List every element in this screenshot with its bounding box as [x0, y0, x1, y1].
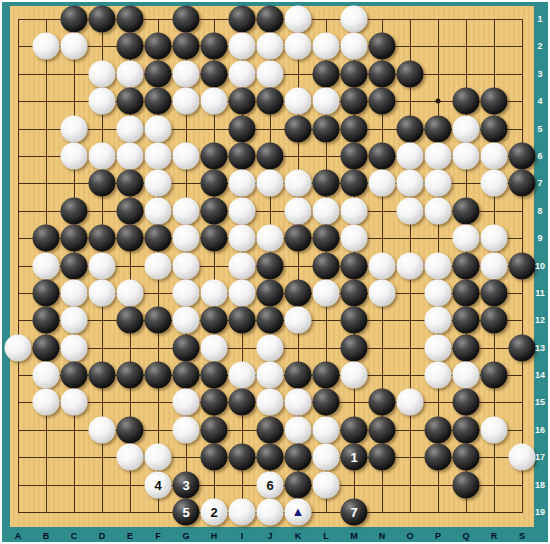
row-label-8: 8 — [537, 206, 542, 216]
go-stone-white-E5 — [117, 115, 144, 142]
go-stone-white-P11 — [425, 279, 452, 306]
column-label-D: D — [99, 531, 106, 541]
go-stone-black-B13 — [33, 334, 60, 361]
go-stone-white-D4 — [89, 88, 116, 115]
go-stone-black-M10 — [341, 252, 368, 279]
go-stone-white-L4 — [313, 88, 340, 115]
go-stone-white-P7 — [425, 170, 452, 197]
go-stone-black-F12 — [145, 307, 172, 334]
go-stone-black-C1 — [61, 6, 88, 33]
go-stone-white-R6 — [481, 142, 508, 169]
go-stone-black-Q11 — [453, 279, 480, 306]
go-stone-black-H8 — [201, 197, 228, 224]
go-stone-white-K8 — [285, 197, 312, 224]
go-stone-black-D1 — [89, 6, 116, 33]
move-number-label: 1 — [350, 451, 357, 464]
go-stone-white-C2 — [61, 33, 88, 60]
go-stone-black-M17: 1 — [341, 444, 368, 471]
go-stone-black-R14 — [481, 362, 508, 389]
go-stone-white-P14 — [425, 362, 452, 389]
go-stone-white-O7 — [397, 170, 424, 197]
go-stone-white-C13 — [61, 334, 88, 361]
row-label-5: 5 — [537, 124, 542, 134]
go-stone-black-C8 — [61, 197, 88, 224]
move-number-label: 3 — [182, 478, 189, 491]
go-stone-black-K18 — [285, 471, 312, 498]
go-stone-black-J12 — [257, 307, 284, 334]
go-stone-black-E7 — [117, 170, 144, 197]
go-stone-white-D16 — [89, 416, 116, 443]
go-stone-white-G11 — [173, 279, 200, 306]
go-stone-white-P6 — [425, 142, 452, 169]
triangle-marker-icon: ▲ — [292, 505, 305, 518]
go-stone-white-J19 — [257, 499, 284, 526]
move-number-label: 2 — [210, 506, 217, 519]
go-stone-black-Q12 — [453, 307, 480, 334]
go-stone-black-K9 — [285, 225, 312, 252]
go-stone-white-C11 — [61, 279, 88, 306]
go-board[interactable]: 143652▲7 — [10, 6, 534, 527]
go-stone-black-Q17 — [453, 444, 480, 471]
column-label-M: M — [350, 531, 358, 541]
go-stone-white-G12 — [173, 307, 200, 334]
go-stone-white-K16 — [285, 416, 312, 443]
go-stone-black-J1 — [257, 6, 284, 33]
go-stone-white-I3 — [229, 60, 256, 87]
go-stone-white-H11 — [201, 279, 228, 306]
go-stone-white-I8 — [229, 197, 256, 224]
go-stone-black-E8 — [117, 197, 144, 224]
go-stone-black-N4 — [369, 88, 396, 115]
go-stone-white-G4 — [173, 88, 200, 115]
go-stone-black-G19: 5 — [173, 499, 200, 526]
go-stone-black-F4 — [145, 88, 172, 115]
go-stone-white-N7 — [369, 170, 396, 197]
go-stone-white-N11 — [369, 279, 396, 306]
go-stone-white-C12 — [61, 307, 88, 334]
go-stone-black-E1 — [117, 6, 144, 33]
go-stone-white-H13 — [201, 334, 228, 361]
go-stone-black-P5 — [425, 115, 452, 142]
row-label-15: 15 — [535, 397, 545, 407]
go-stone-white-P10 — [425, 252, 452, 279]
go-stone-black-M6 — [341, 142, 368, 169]
go-stone-black-M19: 7 — [341, 499, 368, 526]
go-stone-black-M16 — [341, 416, 368, 443]
row-label-4: 4 — [537, 96, 542, 106]
go-stone-white-F5 — [145, 115, 172, 142]
go-stone-white-M2 — [341, 33, 368, 60]
go-stone-black-N15 — [369, 389, 396, 416]
go-stone-black-L5 — [313, 115, 340, 142]
go-stone-white-D6 — [89, 142, 116, 169]
go-stone-white-Q6 — [453, 142, 480, 169]
go-stone-white-M1 — [341, 6, 368, 33]
go-stone-white-R16 — [481, 416, 508, 443]
go-stone-white-P13 — [425, 334, 452, 361]
go-stone-white-O10 — [397, 252, 424, 279]
go-stone-white-G16 — [173, 416, 200, 443]
row-label-10: 10 — [535, 261, 545, 271]
go-stone-white-Q14 — [453, 362, 480, 389]
go-stone-black-N3 — [369, 60, 396, 87]
go-stone-white-H4 — [201, 88, 228, 115]
go-stone-white-K1 — [285, 6, 312, 33]
go-stone-white-M14 — [341, 362, 368, 389]
go-stone-black-F2 — [145, 33, 172, 60]
go-stone-black-Q16 — [453, 416, 480, 443]
go-stone-black-E9 — [117, 225, 144, 252]
go-stone-black-C9 — [61, 225, 88, 252]
go-stone-white-F10 — [145, 252, 172, 279]
go-stone-black-L10 — [313, 252, 340, 279]
go-stone-white-E17 — [117, 444, 144, 471]
column-label-A: A — [15, 531, 22, 541]
go-stone-white-L11 — [313, 279, 340, 306]
go-stone-black-K17 — [285, 444, 312, 471]
go-stone-white-J9 — [257, 225, 284, 252]
go-stone-black-L15 — [313, 389, 340, 416]
go-stone-white-R7 — [481, 170, 508, 197]
go-stone-white-J14 — [257, 362, 284, 389]
go-stone-black-S13 — [509, 334, 536, 361]
go-stone-black-Q4 — [453, 88, 480, 115]
column-label-H: H — [211, 531, 218, 541]
go-stone-white-G10 — [173, 252, 200, 279]
go-stone-white-C15 — [61, 389, 88, 416]
go-stone-black-I17 — [229, 444, 256, 471]
go-stone-white-G8 — [173, 197, 200, 224]
go-stone-black-M4 — [341, 88, 368, 115]
go-stone-white-F17 — [145, 444, 172, 471]
go-stone-black-D7 — [89, 170, 116, 197]
column-label-Q: Q — [462, 531, 469, 541]
go-stone-white-J3 — [257, 60, 284, 87]
go-stone-black-H14 — [201, 362, 228, 389]
go-stone-white-C6 — [61, 142, 88, 169]
column-label-F: F — [155, 531, 161, 541]
go-stone-black-K11 — [285, 279, 312, 306]
row-label-14: 14 — [535, 370, 545, 380]
go-stone-black-H2 — [201, 33, 228, 60]
go-stone-black-M13 — [341, 334, 368, 361]
go-stone-white-M8 — [341, 197, 368, 224]
go-stone-black-B11 — [33, 279, 60, 306]
row-label-3: 3 — [537, 69, 542, 79]
go-stone-white-D3 — [89, 60, 116, 87]
go-stone-white-I11 — [229, 279, 256, 306]
go-stone-black-O3 — [397, 60, 424, 87]
go-stone-white-L16 — [313, 416, 340, 443]
go-stone-black-I12 — [229, 307, 256, 334]
go-stone-white-K2 — [285, 33, 312, 60]
go-stone-white-J7 — [257, 170, 284, 197]
go-stone-black-P16 — [425, 416, 452, 443]
go-stone-white-I19 — [229, 499, 256, 526]
go-stone-black-Q18 — [453, 471, 480, 498]
go-stone-white-N10 — [369, 252, 396, 279]
go-stone-white-B2 — [33, 33, 60, 60]
column-label-P: P — [435, 531, 441, 541]
go-stone-white-O6 — [397, 142, 424, 169]
go-game-screenshot: 143652▲7 ABCDEFGHIJKLMNOPQRS123456789101… — [0, 0, 550, 544]
go-stone-white-I2 — [229, 33, 256, 60]
go-stone-white-K15 — [285, 389, 312, 416]
go-stone-black-H7 — [201, 170, 228, 197]
row-label-13: 13 — [535, 343, 545, 353]
go-stone-white-F18: 4 — [145, 471, 172, 498]
go-stone-white-I10 — [229, 252, 256, 279]
go-stone-white-R10 — [481, 252, 508, 279]
go-stone-white-O8 — [397, 197, 424, 224]
column-label-O: O — [406, 531, 413, 541]
go-stone-white-P8 — [425, 197, 452, 224]
go-stone-black-J17 — [257, 444, 284, 471]
column-label-B: B — [43, 531, 50, 541]
go-stone-white-K19: ▲ — [285, 499, 312, 526]
go-stone-white-G6 — [173, 142, 200, 169]
go-stone-black-F3 — [145, 60, 172, 87]
row-label-2: 2 — [537, 41, 542, 51]
go-stone-white-M9 — [341, 225, 368, 252]
go-stone-black-J4 — [257, 88, 284, 115]
go-stone-white-R9 — [481, 225, 508, 252]
go-stone-white-L2 — [313, 33, 340, 60]
column-label-I: I — [241, 531, 244, 541]
go-stone-white-B15 — [33, 389, 60, 416]
go-stone-white-K7 — [285, 170, 312, 197]
go-stone-black-H9 — [201, 225, 228, 252]
go-stone-black-I4 — [229, 88, 256, 115]
go-stone-black-E14 — [117, 362, 144, 389]
go-stone-white-B14 — [33, 362, 60, 389]
go-stone-black-I15 — [229, 389, 256, 416]
column-label-K: K — [295, 531, 302, 541]
column-label-C: C — [71, 531, 78, 541]
go-stone-black-S7 — [509, 170, 536, 197]
go-stone-black-I5 — [229, 115, 256, 142]
go-stone-black-B9 — [33, 225, 60, 252]
go-stone-white-B10 — [33, 252, 60, 279]
go-stone-black-E4 — [117, 88, 144, 115]
go-stone-white-L17 — [313, 444, 340, 471]
go-stone-white-F7 — [145, 170, 172, 197]
move-number-label: 4 — [154, 478, 161, 491]
row-label-1: 1 — [537, 14, 542, 24]
go-stone-white-I7 — [229, 170, 256, 197]
go-stone-black-Q8 — [453, 197, 480, 224]
move-number-label: 7 — [350, 506, 357, 519]
column-label-S: S — [519, 531, 525, 541]
go-stone-white-E6 — [117, 142, 144, 169]
go-stone-black-E12 — [117, 307, 144, 334]
go-stone-white-L8 — [313, 197, 340, 224]
go-stone-black-J10 — [257, 252, 284, 279]
row-label-11: 11 — [535, 288, 545, 298]
go-stone-black-S6 — [509, 142, 536, 169]
go-stone-white-C5 — [61, 115, 88, 142]
go-stone-black-I6 — [229, 142, 256, 169]
go-stone-black-D9 — [89, 225, 116, 252]
go-stone-white-K12 — [285, 307, 312, 334]
go-stone-white-J15 — [257, 389, 284, 416]
go-stone-black-L9 — [313, 225, 340, 252]
go-stone-black-G1 — [173, 6, 200, 33]
go-stone-black-N2 — [369, 33, 396, 60]
go-stone-black-L3 — [313, 60, 340, 87]
go-stone-white-I9 — [229, 225, 256, 252]
row-label-9: 9 — [537, 233, 542, 243]
go-stone-white-G3 — [173, 60, 200, 87]
go-stone-white-E11 — [117, 279, 144, 306]
go-stone-black-M5 — [341, 115, 368, 142]
go-stone-black-K14 — [285, 362, 312, 389]
go-stone-white-S17 — [509, 444, 536, 471]
go-stone-white-K4 — [285, 88, 312, 115]
move-number-label: 6 — [266, 478, 273, 491]
star-point — [436, 99, 441, 104]
go-stone-black-N17 — [369, 444, 396, 471]
go-stone-white-P12 — [425, 307, 452, 334]
go-stone-black-E16 — [117, 416, 144, 443]
go-stone-black-M3 — [341, 60, 368, 87]
go-stone-black-C14 — [61, 362, 88, 389]
go-stone-black-D14 — [89, 362, 116, 389]
go-stone-black-B12 — [33, 307, 60, 334]
column-label-L: L — [323, 531, 329, 541]
row-label-19: 19 — [535, 507, 545, 517]
go-stone-black-S10 — [509, 252, 536, 279]
go-stone-black-J11 — [257, 279, 284, 306]
go-stone-white-F6 — [145, 142, 172, 169]
row-label-6: 6 — [537, 151, 542, 161]
go-stone-black-G18: 3 — [173, 471, 200, 498]
go-stone-black-M7 — [341, 170, 368, 197]
go-stone-white-G15 — [173, 389, 200, 416]
go-stone-black-N16 — [369, 416, 396, 443]
row-label-18: 18 — [535, 480, 545, 490]
column-label-N: N — [379, 531, 386, 541]
go-stone-black-H15 — [201, 389, 228, 416]
go-stone-black-H17 — [201, 444, 228, 471]
go-stone-black-H12 — [201, 307, 228, 334]
row-label-16: 16 — [535, 425, 545, 435]
go-stone-white-A13 — [5, 334, 32, 361]
go-stone-black-Q13 — [453, 334, 480, 361]
go-stone-black-E2 — [117, 33, 144, 60]
column-label-G: G — [182, 531, 189, 541]
go-stone-black-G14 — [173, 362, 200, 389]
go-stone-white-D11 — [89, 279, 116, 306]
go-stone-black-G2 — [173, 33, 200, 60]
go-stone-black-Q10 — [453, 252, 480, 279]
go-stone-black-H3 — [201, 60, 228, 87]
go-stone-black-J6 — [257, 142, 284, 169]
go-stone-white-L18 — [313, 471, 340, 498]
go-stone-white-O15 — [397, 389, 424, 416]
go-stone-white-Q9 — [453, 225, 480, 252]
go-stone-black-R11 — [481, 279, 508, 306]
go-stone-black-F9 — [145, 225, 172, 252]
column-label-R: R — [491, 531, 498, 541]
go-stone-black-R5 — [481, 115, 508, 142]
go-stone-white-G9 — [173, 225, 200, 252]
go-stone-white-J2 — [257, 33, 284, 60]
go-stone-black-Q15 — [453, 389, 480, 416]
go-stone-black-M11 — [341, 279, 368, 306]
column-label-E: E — [127, 531, 133, 541]
go-stone-black-L14 — [313, 362, 340, 389]
row-label-17: 17 — [535, 452, 545, 462]
go-stone-white-J13 — [257, 334, 284, 361]
go-stone-white-D10 — [89, 252, 116, 279]
go-stone-black-J16 — [257, 416, 284, 443]
go-stone-white-F8 — [145, 197, 172, 224]
row-label-12: 12 — [535, 315, 545, 325]
go-stone-black-K5 — [285, 115, 312, 142]
go-stone-black-R4 — [481, 88, 508, 115]
go-stone-white-I14 — [229, 362, 256, 389]
go-stone-black-M12 — [341, 307, 368, 334]
go-stone-black-O5 — [397, 115, 424, 142]
go-stone-black-G13 — [173, 334, 200, 361]
go-stone-black-P17 — [425, 444, 452, 471]
move-number-label: 5 — [182, 506, 189, 519]
go-stone-white-J18: 6 — [257, 471, 284, 498]
go-stone-black-H6 — [201, 142, 228, 169]
go-stone-white-Q5 — [453, 115, 480, 142]
go-stone-black-H16 — [201, 416, 228, 443]
go-stone-black-N6 — [369, 142, 396, 169]
go-stone-black-R12 — [481, 307, 508, 334]
row-label-7: 7 — [537, 178, 542, 188]
go-stone-black-F14 — [145, 362, 172, 389]
go-stone-white-E3 — [117, 60, 144, 87]
go-stone-white-H19: 2 — [201, 499, 228, 526]
go-stone-black-C10 — [61, 252, 88, 279]
column-label-J: J — [267, 531, 272, 541]
go-stone-black-L7 — [313, 170, 340, 197]
go-stone-black-I1 — [229, 6, 256, 33]
